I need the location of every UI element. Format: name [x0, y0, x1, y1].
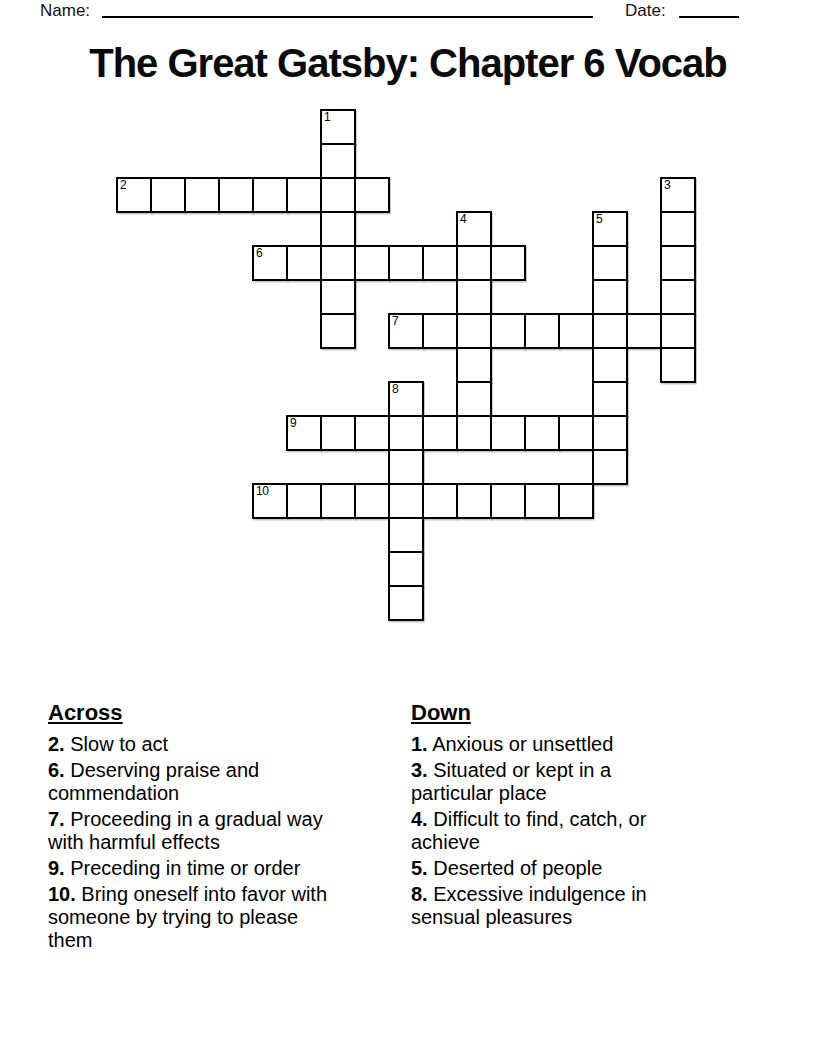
grid-cell-r6c8[interactable]: 7 [388, 313, 424, 349]
grid-cell-r10c14[interactable] [592, 449, 628, 485]
cell-number-4: 4 [460, 213, 466, 226]
grid-cell-r8c14[interactable] [592, 381, 628, 417]
grid-cell-r4c11[interactable] [490, 245, 526, 281]
grid-cell-r6c9[interactable] [422, 313, 458, 349]
grid-cell-r13c8[interactable] [388, 551, 424, 587]
clue-text: Excessive indulgence in sensual pleasure… [411, 883, 647, 928]
grid-cell-r4c14[interactable] [592, 245, 628, 281]
down-clues-section: Down 1. Anxious or unsettled3. Situated … [411, 700, 733, 932]
date-input-line[interactable] [679, 0, 739, 18]
clue-text: Anxious or unsettled [428, 733, 614, 755]
grid-cell-r10c8[interactable] [388, 449, 424, 485]
clue-text: Proceeding in a gradual way with harmful… [48, 808, 323, 853]
grid-cell-r9c14[interactable] [592, 415, 628, 451]
grid-cell-r4c8[interactable] [388, 245, 424, 281]
grid-cell-r2c3[interactable] [218, 177, 254, 213]
down-heading: Down [411, 700, 733, 726]
down-clue-1: 1. Anxious or unsettled [411, 733, 733, 756]
grid-cell-r8c8[interactable]: 8 [388, 381, 424, 417]
grid-cell-r11c5[interactable] [286, 483, 322, 519]
clue-number: 9. [48, 857, 65, 879]
across-clues-section: Across 2. Slow to act6. Deserving praise… [48, 700, 404, 955]
grid-cell-r9c7[interactable] [354, 415, 390, 451]
grid-cell-r6c12[interactable] [524, 313, 560, 349]
grid-cell-r4c16[interactable] [660, 245, 696, 281]
grid-cell-r9c13[interactable] [558, 415, 594, 451]
cell-number-6: 6 [256, 247, 262, 260]
clue-text: Preceding in time or order [65, 857, 301, 879]
grid-cell-r3c10[interactable]: 4 [456, 211, 492, 247]
clue-text: Difficult to find, catch, or achieve [411, 808, 646, 853]
grid-cell-r5c10[interactable] [456, 279, 492, 315]
across-clue-7: 7. Proceeding in a gradual way with harm… [48, 808, 404, 854]
down-clue-3: 3. Situated or kept in a particular plac… [411, 759, 733, 805]
grid-cell-r4c10[interactable] [456, 245, 492, 281]
clue-number: 8. [411, 883, 428, 905]
grid-cell-r7c14[interactable] [592, 347, 628, 383]
clue-number: 5. [411, 857, 428, 879]
grid-cell-r2c0[interactable]: 2 [116, 177, 152, 213]
grid-cell-r2c1[interactable] [150, 177, 186, 213]
cell-number-8: 8 [392, 383, 398, 396]
grid-cell-r9c6[interactable] [320, 415, 356, 451]
grid-cell-r7c16[interactable] [660, 347, 696, 383]
grid-cell-r9c12[interactable] [524, 415, 560, 451]
grid-cell-r14c8[interactable] [388, 585, 424, 621]
grid-cell-r11c7[interactable] [354, 483, 390, 519]
across-clue-list: 2. Slow to act6. Deserving praise and co… [48, 733, 404, 952]
grid-cell-r9c10[interactable] [456, 415, 492, 451]
clue-number: 3. [411, 759, 428, 781]
clue-number: 10. [48, 883, 76, 905]
grid-cell-r9c5[interactable]: 9 [286, 415, 322, 451]
page-title: The Great Gatsby: Chapter 6 Vocab [0, 41, 816, 86]
grid-cell-r4c7[interactable] [354, 245, 390, 281]
grid-cell-r9c9[interactable] [422, 415, 458, 451]
cell-number-9: 9 [290, 417, 296, 430]
grid-cell-r6c14[interactable] [592, 313, 628, 349]
clue-text: Slow to act [65, 733, 168, 755]
crossword-grid: 12345678910 [117, 110, 697, 622]
grid-cell-r11c9[interactable] [422, 483, 458, 519]
cell-number-7: 7 [392, 315, 398, 328]
clue-number: 2. [48, 733, 65, 755]
down-clue-4: 4. Difficult to find, catch, or achieve [411, 808, 733, 854]
grid-cell-r5c14[interactable] [592, 279, 628, 315]
grid-cell-r11c8[interactable] [388, 483, 424, 519]
grid-cell-r3c6[interactable] [320, 211, 356, 247]
grid-cell-r11c12[interactable] [524, 483, 560, 519]
grid-cell-r6c10[interactable] [456, 313, 492, 349]
grid-cell-r11c10[interactable] [456, 483, 492, 519]
grid-cell-r4c6[interactable] [320, 245, 356, 281]
grid-cell-r6c16[interactable] [660, 313, 696, 349]
grid-cell-r0c6[interactable]: 1 [320, 109, 356, 145]
grid-cell-r4c4[interactable]: 6 [252, 245, 288, 281]
clue-number: 4. [411, 808, 428, 830]
across-clue-10: 10. Bring oneself into favor with someon… [48, 883, 404, 952]
date-label: Date: [625, 1, 666, 21]
grid-cell-r6c15[interactable] [626, 313, 662, 349]
grid-cell-r9c11[interactable] [490, 415, 526, 451]
cell-number-5: 5 [596, 213, 602, 226]
grid-cell-r1c6[interactable] [320, 143, 356, 179]
grid-cell-r5c16[interactable] [660, 279, 696, 315]
grid-cell-r11c4[interactable]: 10 [252, 483, 288, 519]
clue-text: Deserving praise and commendation [48, 759, 259, 804]
cell-number-1: 1 [324, 111, 330, 124]
clue-number: 1. [411, 733, 428, 755]
grid-cell-r12c8[interactable] [388, 517, 424, 553]
grid-cell-r6c6[interactable] [320, 313, 356, 349]
cell-number-3: 3 [664, 179, 670, 192]
grid-cell-r6c13[interactable] [558, 313, 594, 349]
grid-cell-r7c10[interactable] [456, 347, 492, 383]
grid-cell-r4c9[interactable] [422, 245, 458, 281]
grid-cell-r3c14[interactable]: 5 [592, 211, 628, 247]
name-label: Name: [40, 1, 90, 21]
grid-cell-r9c8[interactable] [388, 415, 424, 451]
grid-cell-r2c5[interactable] [286, 177, 322, 213]
grid-cell-r4c5[interactable] [286, 245, 322, 281]
name-input-line[interactable] [102, 0, 593, 18]
grid-cell-r11c11[interactable] [490, 483, 526, 519]
grid-cell-r5c6[interactable] [320, 279, 356, 315]
down-clue-5: 5. Deserted of people [411, 857, 733, 880]
grid-cell-r6c11[interactable] [490, 313, 526, 349]
clue-text: Deserted of people [428, 857, 603, 879]
grid-cell-r11c13[interactable] [558, 483, 594, 519]
clue-number: 7. [48, 808, 65, 830]
grid-cell-r2c2[interactable] [184, 177, 220, 213]
clue-text: Bring oneself into favor with someone by… [48, 883, 327, 951]
clue-number: 6. [48, 759, 65, 781]
grid-cell-r3c16[interactable] [660, 211, 696, 247]
across-heading: Across [48, 700, 404, 726]
across-clue-6: 6. Deserving praise and commendation [48, 759, 404, 805]
cell-number-2: 2 [120, 179, 126, 192]
grid-cell-r2c16[interactable]: 3 [660, 177, 696, 213]
grid-cell-r2c4[interactable] [252, 177, 288, 213]
cell-number-10: 10 [256, 485, 268, 498]
down-clue-list: 1. Anxious or unsettled3. Situated or ke… [411, 733, 733, 929]
clue-text: Situated or kept in a particular place [411, 759, 611, 804]
grid-cell-r11c6[interactable] [320, 483, 356, 519]
grid-cell-r2c6[interactable] [320, 177, 356, 213]
down-clue-8: 8. Excessive indulgence in sensual pleas… [411, 883, 733, 929]
across-clue-9: 9. Preceding in time or order [48, 857, 404, 880]
across-clue-2: 2. Slow to act [48, 733, 404, 756]
grid-cell-r2c7[interactable] [354, 177, 390, 213]
grid-cell-r8c10[interactable] [456, 381, 492, 417]
